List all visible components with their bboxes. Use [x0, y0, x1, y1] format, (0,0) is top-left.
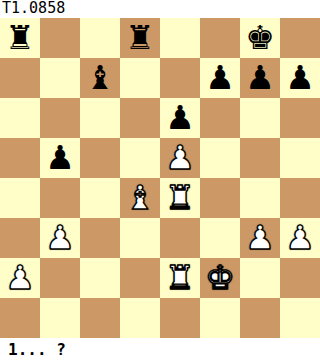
square-c2[interactable]	[80, 258, 120, 298]
square-e5[interactable]: ♟	[160, 138, 200, 178]
black-rook-piece: ♜	[120, 18, 160, 58]
puzzle-id-label: T1.0858	[0, 0, 320, 18]
square-f8[interactable]	[200, 18, 240, 58]
square-b5[interactable]: ♟	[40, 138, 80, 178]
square-f7[interactable]: ♟	[200, 58, 240, 98]
square-e1[interactable]	[160, 298, 200, 338]
square-h2[interactable]	[280, 258, 320, 298]
square-a5[interactable]	[0, 138, 40, 178]
square-c7[interactable]: ♝	[80, 58, 120, 98]
white-pawn-piece: ♟	[0, 258, 40, 298]
square-a7[interactable]	[0, 58, 40, 98]
white-rook-piece: ♜	[160, 178, 200, 218]
square-h3[interactable]: ♟	[280, 218, 320, 258]
white-bishop-piece: ♝	[120, 178, 160, 218]
white-pawn-piece: ♟	[160, 138, 200, 178]
square-e8[interactable]	[160, 18, 200, 58]
square-g2[interactable]	[240, 258, 280, 298]
square-a3[interactable]	[0, 218, 40, 258]
square-f1[interactable]	[200, 298, 240, 338]
square-d8[interactable]: ♜	[120, 18, 160, 58]
white-pawn-piece: ♟	[240, 218, 280, 258]
square-d5[interactable]	[120, 138, 160, 178]
square-e6[interactable]: ♟	[160, 98, 200, 138]
black-pawn-piece: ♟	[160, 98, 200, 138]
square-h5[interactable]	[280, 138, 320, 178]
square-f2[interactable]: ♚	[200, 258, 240, 298]
square-b2[interactable]	[40, 258, 80, 298]
square-a6[interactable]	[0, 98, 40, 138]
move-prompt: 1... ?	[0, 338, 320, 360]
white-king-piece: ♚	[200, 258, 240, 298]
black-pawn-piece: ♟	[200, 58, 240, 98]
square-c8[interactable]	[80, 18, 120, 58]
square-d3[interactable]	[120, 218, 160, 258]
black-pawn-piece: ♟	[280, 58, 320, 98]
square-c5[interactable]	[80, 138, 120, 178]
square-c3[interactable]	[80, 218, 120, 258]
square-e2[interactable]: ♜	[160, 258, 200, 298]
square-d6[interactable]	[120, 98, 160, 138]
chess-board: ♜♜♚♝♟♟♟♟♟♟♝♜♟♟♟♟♜♚	[0, 18, 320, 338]
square-a4[interactable]	[0, 178, 40, 218]
square-a8[interactable]: ♜	[0, 18, 40, 58]
square-h7[interactable]: ♟	[280, 58, 320, 98]
black-pawn-piece: ♟	[240, 58, 280, 98]
square-h4[interactable]	[280, 178, 320, 218]
square-e3[interactable]	[160, 218, 200, 258]
white-rook-piece: ♜	[160, 258, 200, 298]
square-b4[interactable]	[40, 178, 80, 218]
square-b1[interactable]	[40, 298, 80, 338]
square-g5[interactable]	[240, 138, 280, 178]
square-c4[interactable]	[80, 178, 120, 218]
square-g1[interactable]	[240, 298, 280, 338]
square-d1[interactable]	[120, 298, 160, 338]
square-b7[interactable]	[40, 58, 80, 98]
square-g6[interactable]	[240, 98, 280, 138]
square-h8[interactable]	[280, 18, 320, 58]
square-h1[interactable]	[280, 298, 320, 338]
black-pawn-piece: ♟	[40, 138, 80, 178]
square-g8[interactable]: ♚	[240, 18, 280, 58]
square-g4[interactable]	[240, 178, 280, 218]
black-king-piece: ♚	[240, 18, 280, 58]
square-b6[interactable]	[40, 98, 80, 138]
white-pawn-piece: ♟	[280, 218, 320, 258]
square-h6[interactable]	[280, 98, 320, 138]
square-d4[interactable]: ♝	[120, 178, 160, 218]
square-f3[interactable]	[200, 218, 240, 258]
black-bishop-piece: ♝	[80, 58, 120, 98]
square-a2[interactable]: ♟	[0, 258, 40, 298]
square-e7[interactable]	[160, 58, 200, 98]
square-d2[interactable]	[120, 258, 160, 298]
square-g3[interactable]: ♟	[240, 218, 280, 258]
square-f5[interactable]	[200, 138, 240, 178]
square-e4[interactable]: ♜	[160, 178, 200, 218]
square-f4[interactable]	[200, 178, 240, 218]
square-c6[interactable]	[80, 98, 120, 138]
square-b3[interactable]: ♟	[40, 218, 80, 258]
square-b8[interactable]	[40, 18, 80, 58]
square-d7[interactable]	[120, 58, 160, 98]
square-a1[interactable]	[0, 298, 40, 338]
white-pawn-piece: ♟	[40, 218, 80, 258]
square-f6[interactable]	[200, 98, 240, 138]
black-rook-piece: ♜	[0, 18, 40, 58]
square-g7[interactable]: ♟	[240, 58, 280, 98]
square-c1[interactable]	[80, 298, 120, 338]
